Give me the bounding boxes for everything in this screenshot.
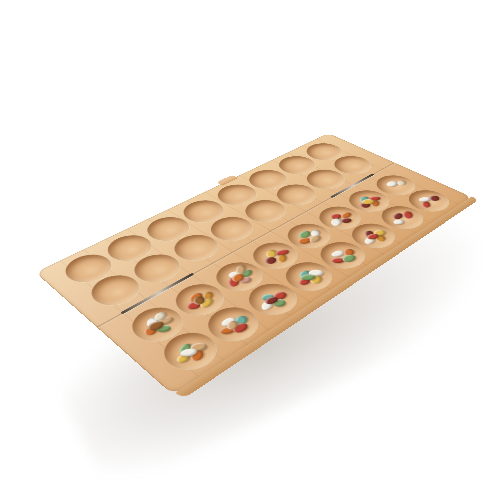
stone-cream [396,180,406,186]
stone-red [421,201,430,208]
stone-maroon [427,195,440,202]
product-photo-stage [0,0,500,500]
stone-maroon [263,256,278,265]
stone-white [392,218,406,225]
stone-red [403,211,413,219]
stone-amber [276,254,287,263]
stone-maroon [339,217,352,223]
